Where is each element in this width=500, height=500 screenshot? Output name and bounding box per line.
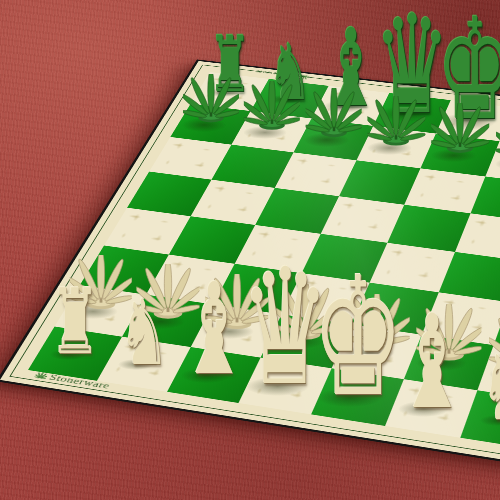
cannabis-leaf-icon [297, 74, 310, 80]
photo-frame: StonerwareStonerware ♜♞♝♛♚♝♞♜♜♞♝♛♚♝♞♜ [0, 0, 500, 500]
cannabis-leaf-icon [33, 371, 49, 380]
